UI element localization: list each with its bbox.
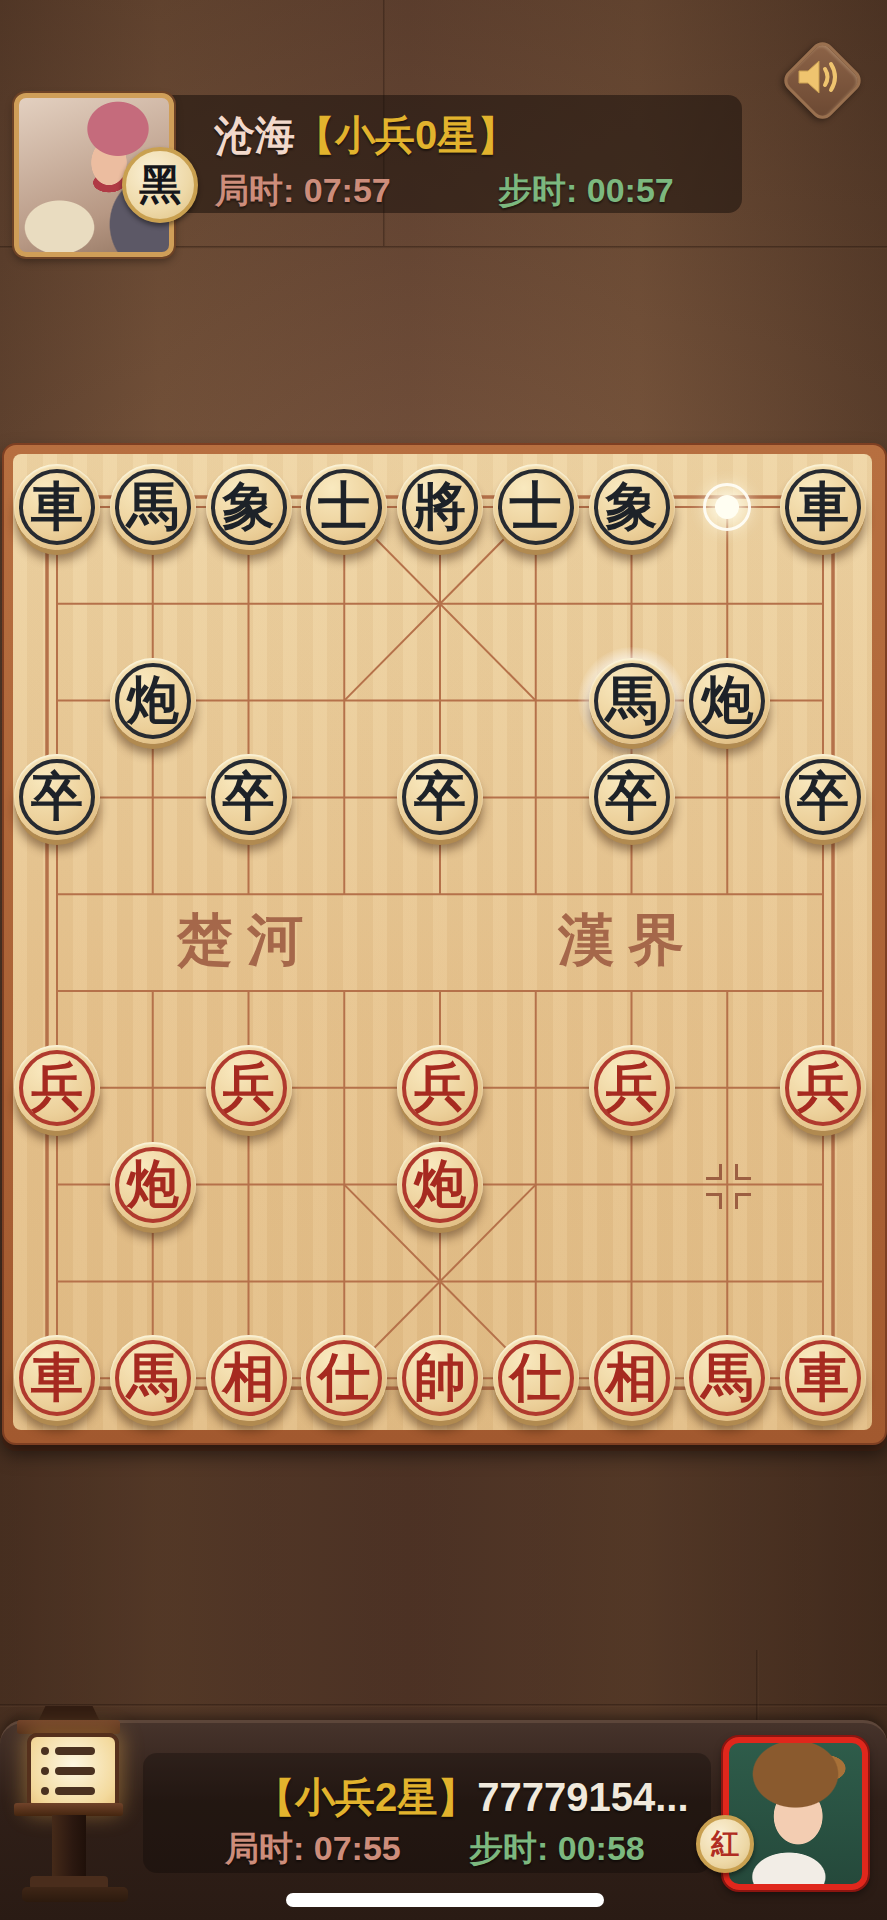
piece-character: 象 <box>589 464 675 550</box>
piece-character: 車 <box>780 1335 866 1421</box>
red-piece-仕[interactable]: 仕 <box>493 1335 579 1421</box>
piece-character: 卒 <box>589 754 675 840</box>
last-move-origin-glow <box>715 495 739 519</box>
piece-character: 仕 <box>493 1335 579 1421</box>
cannon-point-mark <box>735 1164 751 1180</box>
piece-character: 士 <box>493 464 579 550</box>
piece-character: 馬 <box>110 464 196 550</box>
black-piece-炮[interactable]: 炮 <box>684 658 770 744</box>
piece-character: 將 <box>397 464 483 550</box>
piece-character: 卒 <box>14 754 100 840</box>
piece-character: 馬 <box>110 1335 196 1421</box>
red-piece-馬[interactable]: 馬 <box>684 1335 770 1421</box>
black-piece-士[interactable]: 士 <box>493 464 579 550</box>
piece-character: 兵 <box>780 1045 866 1131</box>
cannon-point-mark <box>706 1193 722 1209</box>
red-piece-相[interactable]: 相 <box>206 1335 292 1421</box>
black-piece-象[interactable]: 象 <box>206 464 292 550</box>
piece-character: 馬 <box>684 1335 770 1421</box>
river-label-right: 漢界 <box>558 903 698 979</box>
black-piece-卒[interactable]: 卒 <box>589 754 675 840</box>
piece-character: 車 <box>780 464 866 550</box>
piece-character: 車 <box>14 1335 100 1421</box>
red-piece-兵[interactable]: 兵 <box>206 1045 292 1131</box>
piece-character: 卒 <box>397 754 483 840</box>
piece-character: 炮 <box>684 658 770 744</box>
red-piece-兵[interactable]: 兵 <box>589 1045 675 1131</box>
red-piece-仕[interactable]: 仕 <box>301 1335 387 1421</box>
red-piece-車[interactable]: 車 <box>14 1335 100 1421</box>
piece-character: 炮 <box>110 658 196 744</box>
cannon-point-mark <box>706 1164 722 1180</box>
red-piece-炮[interactable]: 炮 <box>397 1142 483 1228</box>
piece-character: 炮 <box>110 1142 196 1228</box>
piece-character: 兵 <box>397 1045 483 1131</box>
piece-character: 相 <box>589 1335 675 1421</box>
piece-character: 仕 <box>301 1335 387 1421</box>
board-grid <box>0 0 887 1920</box>
piece-character: 馬 <box>589 658 675 744</box>
red-piece-炮[interactable]: 炮 <box>110 1142 196 1228</box>
piece-character: 炮 <box>397 1142 483 1228</box>
black-piece-炮[interactable]: 炮 <box>110 658 196 744</box>
bottom-player-avatar[interactable] <box>723 1737 868 1890</box>
piece-character: 士 <box>301 464 387 550</box>
piece-character: 兵 <box>589 1045 675 1131</box>
black-piece-馬[interactable]: 馬 <box>589 658 675 744</box>
home-indicator[interactable] <box>286 1893 604 1907</box>
piece-character: 卒 <box>206 754 292 840</box>
red-piece-車[interactable]: 車 <box>780 1335 866 1421</box>
black-piece-車[interactable]: 車 <box>780 464 866 550</box>
game-screen: 黑 沧海【小兵0星】 局时: 07:57 步时: 00:57 楚河 漢界 車馬象… <box>0 0 887 1920</box>
piece-character: 兵 <box>206 1045 292 1131</box>
red-badge-label: 紅 <box>711 1825 739 1863</box>
black-piece-車[interactable]: 車 <box>14 464 100 550</box>
red-piece-帥[interactable]: 帥 <box>397 1335 483 1421</box>
black-piece-卒[interactable]: 卒 <box>14 754 100 840</box>
red-piece-馬[interactable]: 馬 <box>110 1335 196 1421</box>
black-piece-卒[interactable]: 卒 <box>206 754 292 840</box>
black-piece-士[interactable]: 士 <box>301 464 387 550</box>
red-piece-兵[interactable]: 兵 <box>780 1045 866 1131</box>
piece-character: 車 <box>14 464 100 550</box>
piece-character: 兵 <box>14 1045 100 1131</box>
black-piece-象[interactable]: 象 <box>589 464 675 550</box>
piece-character: 相 <box>206 1335 292 1421</box>
cannon-point-mark <box>735 1193 751 1209</box>
piece-character: 象 <box>206 464 292 550</box>
red-side-badge: 紅 <box>696 1815 754 1873</box>
black-piece-將[interactable]: 將 <box>397 464 483 550</box>
piece-character: 卒 <box>780 754 866 840</box>
red-piece-兵[interactable]: 兵 <box>397 1045 483 1131</box>
river-label-left: 楚河 <box>177 903 317 979</box>
black-piece-馬[interactable]: 馬 <box>110 464 196 550</box>
red-piece-相[interactable]: 相 <box>589 1335 675 1421</box>
red-piece-兵[interactable]: 兵 <box>14 1045 100 1131</box>
piece-character: 帥 <box>397 1335 483 1421</box>
black-piece-卒[interactable]: 卒 <box>397 754 483 840</box>
black-piece-卒[interactable]: 卒 <box>780 754 866 840</box>
